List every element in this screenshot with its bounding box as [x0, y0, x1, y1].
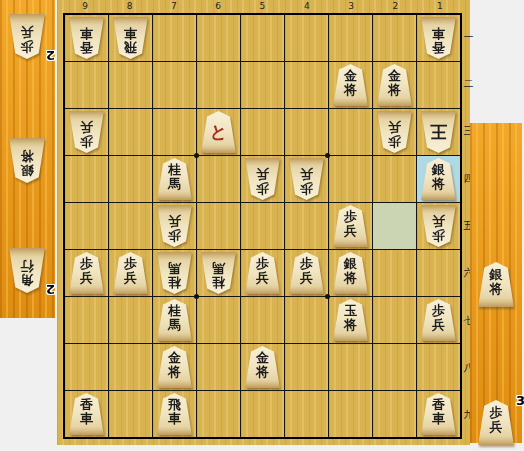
square-5-6[interactable]: 歩兵: [241, 250, 284, 296]
square-3-3[interactable]: [329, 109, 372, 155]
piece-pawn-sente: 歩兵: [288, 252, 325, 294]
square-3-7[interactable]: 玉将: [329, 297, 372, 343]
square-8-6[interactable]: 歩兵: [109, 250, 152, 296]
hand-sente-pawn[interactable]: 歩兵3: [477, 400, 515, 445]
square-3-4[interactable]: [329, 156, 372, 202]
piece-pawn-sente: 歩兵: [332, 205, 369, 247]
square-4-2[interactable]: [285, 62, 328, 108]
square-2-3[interactable]: 歩兵: [373, 109, 416, 155]
sente-captured-stand: 銀将歩兵3: [470, 123, 522, 443]
square-4-4[interactable]: 歩兵: [285, 156, 328, 202]
capture-count-gote-pawn: 2: [46, 48, 55, 63]
piece-pawn-sente: 歩兵: [244, 252, 281, 294]
square-3-2[interactable]: 金将: [329, 62, 372, 108]
square-7-3[interactable]: [153, 109, 196, 155]
hand-piece-pawn: 歩兵: [8, 14, 46, 59]
square-9-2[interactable]: [65, 62, 108, 108]
capture-count-sente-pawn: 3: [516, 393, 524, 408]
shogi-app: 歩兵2銀将角行2 987654321 香車飛車香車金将金将歩兵と歩兵王桂馬歩兵歩…: [0, 0, 524, 451]
piece-king-sente: 玉将: [332, 299, 369, 341]
square-5-8[interactable]: 金将: [241, 344, 284, 390]
square-2-4[interactable]: [373, 156, 416, 202]
piece-knight-gote: 桂馬: [156, 252, 193, 294]
square-2-5[interactable]: [373, 203, 416, 249]
file-label-3: 3: [329, 0, 373, 13]
square-8-3[interactable]: [109, 109, 152, 155]
square-7-9[interactable]: 飛車: [153, 391, 196, 437]
square-6-4[interactable]: [197, 156, 240, 202]
piece-pawn-gote: 歩兵: [156, 205, 193, 247]
hand-gote-pawn[interactable]: 歩兵2: [8, 14, 46, 59]
hand-piece-bishop: 角行: [8, 248, 46, 293]
square-1-9[interactable]: 香車: [417, 391, 460, 437]
square-9-3[interactable]: 歩兵: [65, 109, 108, 155]
square-8-7[interactable]: [109, 297, 152, 343]
square-2-8[interactable]: [373, 344, 416, 390]
square-5-4[interactable]: 歩兵: [241, 156, 284, 202]
piece-lance-sente: 香車: [420, 393, 457, 435]
file-label-6: 6: [196, 0, 240, 13]
square-7-1[interactable]: [153, 15, 196, 61]
square-4-8[interactable]: [285, 344, 328, 390]
square-1-4[interactable]: 銀将: [417, 156, 460, 202]
square-8-9[interactable]: [109, 391, 152, 437]
piece-gold-sente: 金将: [376, 64, 413, 106]
file-label-7: 7: [152, 0, 196, 13]
piece-lance-gote: 香車: [420, 17, 457, 59]
square-9-7[interactable]: [65, 297, 108, 343]
square-2-2[interactable]: 金将: [373, 62, 416, 108]
hand-piece-silver: 銀将: [477, 262, 515, 307]
square-1-2[interactable]: [417, 62, 460, 108]
piece-pawn-gote: 歩兵: [244, 158, 281, 200]
piece-rook-gote: 飛車: [112, 17, 149, 59]
piece-pawn-gote: 歩兵: [68, 111, 105, 153]
hand-piece-pawn: 歩兵: [477, 400, 515, 445]
square-1-5[interactable]: 歩兵: [417, 203, 460, 249]
piece-gold-sente: 金将: [244, 346, 281, 388]
square-9-1[interactable]: 香車: [65, 15, 108, 61]
square-6-6[interactable]: 桂馬: [197, 250, 240, 296]
square-8-1[interactable]: 飛車: [109, 15, 152, 61]
square-9-6[interactable]: 歩兵: [65, 250, 108, 296]
piece-pawn-gote: 歩兵: [420, 205, 457, 247]
square-1-6[interactable]: [417, 250, 460, 296]
piece-knight-sente: 桂馬: [156, 158, 193, 200]
square-2-9[interactable]: [373, 391, 416, 437]
square-7-4[interactable]: 桂馬: [153, 156, 196, 202]
shogi-board: 香車飛車香車金将金将歩兵と歩兵王桂馬歩兵歩兵銀将歩兵歩兵歩兵歩兵歩兵桂馬桂馬歩兵…: [63, 13, 462, 439]
square-2-1[interactable]: [373, 15, 416, 61]
square-3-6[interactable]: 銀将: [329, 250, 372, 296]
capture-count-gote-bishop: 2: [46, 282, 55, 297]
square-3-9[interactable]: [329, 391, 372, 437]
square-5-3[interactable]: [241, 109, 284, 155]
square-3-5[interactable]: 歩兵: [329, 203, 372, 249]
gote-captured-stand: 歩兵2銀将角行2: [0, 0, 55, 318]
hand-gote-bishop[interactable]: 角行2: [8, 248, 46, 293]
square-6-7[interactable]: [197, 297, 240, 343]
piece-rook-sente: 飛車: [156, 393, 193, 435]
piece-gold-sente: 金将: [156, 346, 193, 388]
square-3-8[interactable]: [329, 344, 372, 390]
square-6-2[interactable]: [197, 62, 240, 108]
piece-silver-sente: 銀将: [332, 252, 369, 294]
square-3-1[interactable]: [329, 15, 372, 61]
square-6-1[interactable]: [197, 15, 240, 61]
piece-pawn-sente: 歩兵: [112, 252, 149, 294]
square-4-5[interactable]: [285, 203, 328, 249]
file-label-1: 1: [418, 0, 462, 13]
square-5-2[interactable]: [241, 62, 284, 108]
square-8-5[interactable]: [109, 203, 152, 249]
hand-piece-silver: 銀将: [8, 138, 46, 183]
file-label-4: 4: [285, 0, 329, 13]
piece-silver-sente: 銀将: [420, 158, 457, 200]
piece-knight-sente: 桂馬: [156, 299, 193, 341]
square-6-3[interactable]: と: [197, 109, 240, 155]
hand-sente-silver[interactable]: 銀将: [477, 262, 515, 307]
square-4-3[interactable]: [285, 109, 328, 155]
piece-king-gote: 王: [420, 111, 457, 153]
piece-lance-sente: 香車: [68, 393, 105, 435]
square-5-9[interactable]: [241, 391, 284, 437]
square-4-7[interactable]: [285, 297, 328, 343]
file-label-2: 2: [373, 0, 417, 13]
piece-lance-gote: 香車: [68, 17, 105, 59]
piece-gold-sente: 金将: [332, 64, 369, 106]
square-5-5[interactable]: [241, 203, 284, 249]
square-2-7[interactable]: [373, 297, 416, 343]
piece-pawn-gote: 歩兵: [376, 111, 413, 153]
square-4-1[interactable]: [285, 15, 328, 61]
file-label-5: 5: [240, 0, 284, 13]
file-coordinates: 987654321: [63, 0, 462, 13]
square-1-7[interactable]: 歩兵: [417, 297, 460, 343]
square-6-8[interactable]: [197, 344, 240, 390]
square-7-5[interactable]: 歩兵: [153, 203, 196, 249]
piece-pawn-sente: 歩兵: [68, 252, 105, 294]
piece-tokin-sente: と: [200, 111, 237, 153]
square-7-8[interactable]: 金将: [153, 344, 196, 390]
square-1-1[interactable]: 香車: [417, 15, 460, 61]
square-9-9[interactable]: 香車: [65, 391, 108, 437]
square-9-5[interactable]: [65, 203, 108, 249]
square-1-3[interactable]: 王: [417, 109, 460, 155]
file-label-8: 8: [107, 0, 151, 13]
rank-label-2: 二: [462, 60, 475, 107]
square-7-6[interactable]: 桂馬: [153, 250, 196, 296]
square-1-8[interactable]: [417, 344, 460, 390]
square-9-8[interactable]: [65, 344, 108, 390]
square-8-2[interactable]: [109, 62, 152, 108]
board-panel: 987654321 香車飛車香車金将金将歩兵と歩兵王桂馬歩兵歩兵銀将歩兵歩兵歩兵…: [57, 0, 470, 445]
piece-knight-gote: 桂馬: [200, 252, 237, 294]
square-6-9[interactable]: [197, 391, 240, 437]
square-4-9[interactable]: [285, 391, 328, 437]
hand-gote-silver[interactable]: 銀将: [8, 138, 46, 183]
square-7-7[interactable]: 桂馬: [153, 297, 196, 343]
square-7-2[interactable]: [153, 62, 196, 108]
square-8-4[interactable]: [109, 156, 152, 202]
square-5-1[interactable]: [241, 15, 284, 61]
piece-pawn-sente: 歩兵: [420, 299, 457, 341]
file-label-9: 9: [63, 0, 107, 13]
piece-pawn-gote: 歩兵: [288, 158, 325, 200]
square-4-6[interactable]: 歩兵: [285, 250, 328, 296]
rank-label-1: 一: [462, 13, 475, 60]
square-8-8[interactable]: [109, 344, 152, 390]
square-9-4[interactable]: [65, 156, 108, 202]
square-5-7[interactable]: [241, 297, 284, 343]
square-6-5[interactable]: [197, 203, 240, 249]
square-2-6[interactable]: [373, 250, 416, 296]
